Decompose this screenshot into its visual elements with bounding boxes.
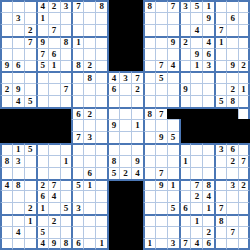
cell-r17c15[interactable] <box>167 190 179 202</box>
cell-r16c13[interactable] <box>143 179 155 191</box>
cell-r6c6[interactable] <box>60 60 72 72</box>
cell-r7c18[interactable] <box>202 71 214 83</box>
cell-r13c10[interactable] <box>107 143 119 155</box>
cell-r9c6[interactable] <box>60 95 72 107</box>
cell-r3c21[interactable] <box>238 24 250 36</box>
given-cell-r1c13[interactable]: 8 <box>143 0 155 12</box>
cell-r16c16[interactable] <box>179 179 191 191</box>
cell-r1c8[interactable] <box>83 0 95 12</box>
cell-r2c14[interactable] <box>155 12 167 24</box>
cell-r9c8[interactable] <box>83 95 95 107</box>
given-cell-r12c8[interactable]: 3 <box>83 131 95 143</box>
cell-r8c19[interactable] <box>214 83 226 95</box>
cell-r3c2[interactable] <box>12 24 24 36</box>
cell-r16c19[interactable] <box>214 179 226 191</box>
cell-r14c17[interactable] <box>190 155 202 167</box>
cell-r1c2[interactable] <box>12 0 24 12</box>
given-cell-r12c7[interactable]: 7 <box>71 131 83 143</box>
cell-r9c16[interactable] <box>179 95 191 107</box>
given-cell-r20c20[interactable]: 7 <box>226 226 238 238</box>
cell-r15c13[interactable] <box>143 167 155 179</box>
given-cell-r7c12[interactable]: 7 <box>131 71 143 83</box>
cell-r9c17[interactable] <box>190 95 202 107</box>
given-cell-r19c5[interactable]: 2 <box>48 214 60 226</box>
given-cell-r11c12[interactable]: 1 <box>131 119 143 131</box>
cell-r2c17[interactable] <box>190 12 202 24</box>
cell-r14c14[interactable] <box>155 155 167 167</box>
cell-r13c8[interactable] <box>83 143 95 155</box>
given-cell-r19c19[interactable]: 8 <box>214 214 226 226</box>
cell-r21c14[interactable] <box>155 238 167 250</box>
given-cell-r9c19[interactable]: 5 <box>214 95 226 107</box>
cell-r9c13[interactable] <box>143 95 155 107</box>
given-cell-r8c2[interactable]: 9 <box>12 83 24 95</box>
cell-r2c9[interactable] <box>95 12 107 24</box>
cell-r8c9[interactable] <box>95 83 107 95</box>
cell-r9c4[interactable] <box>36 95 48 107</box>
cell-r19c9[interactable] <box>95 214 107 226</box>
cell-r3c16[interactable] <box>179 24 191 36</box>
cell-r7c16[interactable] <box>179 71 191 83</box>
given-cell-r14c12[interactable]: 9 <box>131 155 143 167</box>
cell-r20c13[interactable] <box>143 226 155 238</box>
given-cell-r16c7[interactable]: 5 <box>71 179 83 191</box>
given-cell-r6c8[interactable]: 2 <box>83 60 95 72</box>
cell-r17c1[interactable] <box>0 190 12 202</box>
cell-r9c1[interactable] <box>0 95 12 107</box>
given-cell-r1c9[interactable]: 8 <box>95 0 107 12</box>
cell-r8c8[interactable] <box>83 83 95 95</box>
given-cell-r4c7[interactable]: 1 <box>71 36 83 48</box>
cell-r4c13[interactable] <box>143 36 155 48</box>
cell-r8c15[interactable] <box>167 83 179 95</box>
cell-r13c15[interactable] <box>167 143 179 155</box>
given-cell-r1c15[interactable]: 7 <box>167 0 179 12</box>
cell-r13c4[interactable] <box>36 143 48 155</box>
cell-r5c1[interactable] <box>0 48 12 60</box>
cell-r20c16[interactable] <box>179 226 191 238</box>
given-cell-r18c3[interactable]: 2 <box>24 202 36 214</box>
given-cell-r21c7[interactable]: 6 <box>71 238 83 250</box>
cell-r15c19[interactable] <box>214 167 226 179</box>
given-cell-r8c12[interactable]: 2 <box>131 83 143 95</box>
cell-r18c20[interactable] <box>226 202 238 214</box>
given-cell-r21c6[interactable]: 8 <box>60 238 72 250</box>
given-cell-r21c13[interactable]: 1 <box>143 238 155 250</box>
given-cell-r6c4[interactable]: 5 <box>36 60 48 72</box>
cell-r5c9[interactable] <box>95 48 107 60</box>
cell-r7c20[interactable] <box>226 71 238 83</box>
cell-r19c16[interactable] <box>179 214 191 226</box>
given-cell-r12c14[interactable]: 9 <box>155 131 167 143</box>
given-cell-r11c10[interactable]: 9 <box>107 119 119 131</box>
given-cell-r12c15[interactable]: 5 <box>167 131 179 143</box>
given-cell-r6c18[interactable]: 3 <box>202 60 214 72</box>
cell-r14c8[interactable] <box>83 155 95 167</box>
cell-r13c9[interactable] <box>95 143 107 155</box>
cell-r20c15[interactable] <box>167 226 179 238</box>
cell-r5c14[interactable] <box>155 48 167 60</box>
cell-r18c17[interactable] <box>190 202 202 214</box>
cell-r14c13[interactable] <box>143 155 155 167</box>
given-cell-r5c18[interactable]: 6 <box>202 48 214 60</box>
cell-r2c16[interactable] <box>179 12 191 24</box>
given-cell-r14c21[interactable]: 7 <box>238 155 250 167</box>
given-cell-r6c15[interactable]: 4 <box>167 60 179 72</box>
given-cell-r19c3[interactable]: 1 <box>24 214 36 226</box>
cell-r17c8[interactable] <box>83 190 95 202</box>
cell-r4c1[interactable] <box>0 36 12 48</box>
given-cell-r20c4[interactable]: 5 <box>36 226 48 238</box>
given-cell-r6c17[interactable]: 1 <box>190 60 202 72</box>
cell-r9c11[interactable] <box>119 95 131 107</box>
cell-r2c19[interactable] <box>214 12 226 24</box>
cell-r14c3[interactable] <box>24 155 36 167</box>
cell-r20c17[interactable] <box>190 226 202 238</box>
cell-r5c21[interactable] <box>238 48 250 60</box>
cell-r18c1[interactable] <box>0 202 12 214</box>
cell-r7c4[interactable] <box>36 71 48 83</box>
given-cell-r15c12[interactable]: 4 <box>131 167 143 179</box>
cell-r8c7[interactable] <box>71 83 83 95</box>
cell-r21c2[interactable] <box>12 238 24 250</box>
cell-r9c15[interactable] <box>167 95 179 107</box>
cell-r3c6[interactable] <box>60 24 72 36</box>
cell-r9c9[interactable] <box>95 95 107 107</box>
given-cell-r3c5[interactable]: 7 <box>48 24 60 36</box>
cell-r15c16[interactable] <box>179 167 191 179</box>
cell-r17c7[interactable] <box>71 190 83 202</box>
given-cell-r5c5[interactable]: 6 <box>48 48 60 60</box>
cell-r15c2[interactable] <box>12 167 24 179</box>
cell-r9c14[interactable] <box>155 95 167 107</box>
cell-r2c7[interactable] <box>71 12 83 24</box>
given-cell-r7c14[interactable]: 5 <box>155 71 167 83</box>
given-cell-r10c21[interactable] <box>238 107 250 119</box>
cell-r16c6[interactable] <box>60 179 72 191</box>
cell-r3c20[interactable] <box>226 24 238 36</box>
given-cell-r14c2[interactable]: 3 <box>12 155 24 167</box>
given-cell-r8c20[interactable]: 2 <box>226 83 238 95</box>
given-cell-r17c18[interactable]: 4 <box>202 190 214 202</box>
cell-r19c18[interactable] <box>202 214 214 226</box>
given-cell-r16c21[interactable]: 2 <box>238 179 250 191</box>
cell-r14c5[interactable] <box>48 155 60 167</box>
cell-r14c18[interactable] <box>202 155 214 167</box>
given-cell-r6c14[interactable]: 7 <box>155 60 167 72</box>
cell-r14c7[interactable] <box>71 155 83 167</box>
given-cell-r4c4[interactable]: 9 <box>36 36 48 48</box>
cell-r4c5[interactable] <box>48 36 60 48</box>
cell-r16c9[interactable] <box>95 179 107 191</box>
cell-r6c9[interactable] <box>95 60 107 72</box>
given-cell-r3c17[interactable]: 4 <box>190 24 202 36</box>
given-cell-r16c20[interactable]: 3 <box>226 179 238 191</box>
cell-r11c7[interactable] <box>71 119 83 131</box>
cell-r14c15[interactable] <box>167 155 179 167</box>
cell-r7c2[interactable] <box>12 71 24 83</box>
given-cell-r6c5[interactable]: 1 <box>48 60 60 72</box>
cell-r7c7[interactable] <box>71 71 83 83</box>
given-cell-r17c5[interactable]: 4 <box>48 190 60 202</box>
given-cell-r1c17[interactable]: 5 <box>190 0 202 12</box>
cell-r2c3[interactable] <box>24 12 36 24</box>
cell-r17c9[interactable] <box>95 190 107 202</box>
cell-r17c14[interactable] <box>155 190 167 202</box>
cell-r7c13[interactable] <box>143 71 155 83</box>
cell-r10c10[interactable] <box>107 107 119 119</box>
given-cell-r14c20[interactable]: 2 <box>226 155 238 167</box>
cell-r17c21[interactable] <box>238 190 250 202</box>
cell-r4c20[interactable] <box>226 36 238 48</box>
given-cell-r21c5[interactable]: 9 <box>48 238 60 250</box>
cell-r8c3[interactable] <box>24 83 36 95</box>
given-cell-r2c20[interactable]: 6 <box>226 12 238 24</box>
cell-r3c18[interactable] <box>202 24 214 36</box>
cell-r4c14[interactable] <box>155 36 167 48</box>
given-cell-r18c16[interactable]: 6 <box>179 202 191 214</box>
given-cell-r8c16[interactable]: 9 <box>179 83 191 95</box>
cell-r18c9[interactable] <box>95 202 107 214</box>
given-cell-r16c15[interactable]: 1 <box>167 179 179 191</box>
cell-r15c20[interactable] <box>226 167 238 179</box>
given-cell-r21c15[interactable]: 3 <box>167 238 179 250</box>
cell-r5c8[interactable] <box>83 48 95 60</box>
cell-r5c2[interactable] <box>12 48 24 60</box>
cell-r3c1[interactable] <box>0 24 12 36</box>
cell-r11c14[interactable] <box>155 119 167 131</box>
cell-r15c1[interactable] <box>0 167 12 179</box>
given-cell-r2c2[interactable]: 3 <box>12 12 24 24</box>
cell-r4c2[interactable] <box>12 36 24 48</box>
given-cell-r13c20[interactable]: 6 <box>226 143 238 155</box>
cell-r13c13[interactable] <box>143 143 155 155</box>
given-cell-r8c1[interactable]: 2 <box>0 83 12 95</box>
cell-r7c21[interactable] <box>238 71 250 83</box>
given-cell-r2c4[interactable]: 1 <box>36 12 48 24</box>
cell-r13c16[interactable] <box>179 143 191 155</box>
given-cell-r6c20[interactable]: 9 <box>226 60 238 72</box>
given-cell-r15c14[interactable]: 7 <box>155 167 167 179</box>
cell-r11c13[interactable] <box>143 119 155 131</box>
given-cell-r1c6[interactable]: 3 <box>60 0 72 12</box>
cell-r7c3[interactable] <box>24 71 36 83</box>
cell-r3c8[interactable] <box>83 24 95 36</box>
given-cell-r8c10[interactable]: 6 <box>107 83 119 95</box>
cell-r3c14[interactable] <box>155 24 167 36</box>
cell-r2c6[interactable] <box>60 12 72 24</box>
given-cell-r10c13[interactable]: 8 <box>143 107 155 119</box>
given-cell-r17c17[interactable]: 2 <box>190 190 202 202</box>
given-cell-r13c3[interactable]: 5 <box>24 143 36 155</box>
given-cell-r16c5[interactable]: 7 <box>48 179 60 191</box>
given-cell-r15c10[interactable]: 5 <box>107 167 119 179</box>
cell-r15c17[interactable] <box>190 167 202 179</box>
cell-r5c16[interactable] <box>179 48 191 60</box>
given-cell-r9c3[interactable]: 5 <box>24 95 36 107</box>
given-cell-r3c3[interactable]: 2 <box>24 24 36 36</box>
cell-r13c17[interactable] <box>190 143 202 155</box>
given-cell-r2c18[interactable]: 9 <box>202 12 214 24</box>
cell-r13c21[interactable] <box>238 143 250 155</box>
given-cell-r6c1[interactable]: 9 <box>0 60 12 72</box>
given-cell-r16c18[interactable]: 8 <box>202 179 214 191</box>
given-cell-r14c1[interactable]: 8 <box>0 155 12 167</box>
cell-r20c5[interactable] <box>48 226 60 238</box>
given-cell-r21c17[interactable]: 4 <box>190 238 202 250</box>
cell-r5c7[interactable] <box>71 48 83 60</box>
cell-r3c4[interactable] <box>36 24 48 36</box>
given-cell-r10c7[interactable]: 6 <box>71 107 83 119</box>
given-cell-r1c16[interactable]: 3 <box>179 0 191 12</box>
cell-r7c15[interactable] <box>167 71 179 83</box>
given-cell-r1c18[interactable]: 1 <box>202 0 214 12</box>
cell-r7c9[interactable] <box>95 71 107 83</box>
cell-r21c1[interactable] <box>0 238 12 250</box>
cell-r4c17[interactable] <box>190 36 202 48</box>
given-cell-r21c16[interactable]: 7 <box>179 238 191 250</box>
cell-r2c15[interactable] <box>167 12 179 24</box>
given-cell-r21c18[interactable]: 6 <box>202 238 214 250</box>
cell-r4c21[interactable] <box>238 36 250 48</box>
given-cell-r16c17[interactable]: 7 <box>190 179 202 191</box>
given-cell-r18c7[interactable]: 3 <box>71 202 83 214</box>
cell-r15c5[interactable] <box>48 167 60 179</box>
given-cell-r7c10[interactable]: 4 <box>107 71 119 83</box>
given-cell-r5c17[interactable]: 9 <box>190 48 202 60</box>
given-cell-r16c14[interactable]: 9 <box>155 179 167 191</box>
cell-r20c6[interactable] <box>60 226 72 238</box>
cell-r15c21[interactable] <box>238 167 250 179</box>
given-cell-r20c2[interactable]: 4 <box>12 226 24 238</box>
given-cell-r1c5[interactable]: 2 <box>48 0 60 12</box>
cell-r18c14[interactable] <box>155 202 167 214</box>
given-cell-r8c21[interactable]: 1 <box>238 83 250 95</box>
cell-r7c5[interactable] <box>48 71 60 83</box>
given-cell-r4c16[interactable]: 2 <box>179 36 191 48</box>
cell-r6c13[interactable] <box>143 60 155 72</box>
cell-r13c14[interactable] <box>155 143 167 155</box>
cell-r11c8[interactable] <box>83 119 95 131</box>
cell-r13c6[interactable] <box>60 143 72 155</box>
cell-r9c12[interactable] <box>131 95 143 107</box>
cell-r11c11[interactable] <box>119 119 131 131</box>
given-cell-r17c4[interactable]: 6 <box>36 190 48 202</box>
cell-r20c3[interactable] <box>24 226 36 238</box>
cell-r12c11[interactable] <box>119 131 131 143</box>
cell-r17c6[interactable] <box>60 190 72 202</box>
cell-r18c13[interactable] <box>143 202 155 214</box>
cell-r21c3[interactable] <box>24 238 36 250</box>
given-cell-r18c4[interactable]: 1 <box>36 202 48 214</box>
given-cell-r4c3[interactable]: 7 <box>24 36 36 48</box>
given-cell-r9c2[interactable]: 4 <box>12 95 24 107</box>
cell-r8c14[interactable] <box>155 83 167 95</box>
cell-r20c8[interactable] <box>83 226 95 238</box>
given-cell-r1c4[interactable]: 4 <box>36 0 48 12</box>
cell-r9c18[interactable] <box>202 95 214 107</box>
cell-r4c8[interactable] <box>83 36 95 48</box>
cell-r8c13[interactable] <box>143 83 155 95</box>
cell-r9c7[interactable] <box>71 95 83 107</box>
cell-r19c14[interactable] <box>155 214 167 226</box>
cell-r3c13[interactable] <box>143 24 155 36</box>
cell-r8c11[interactable] <box>119 83 131 95</box>
given-cell-r9c20[interactable]: 8 <box>226 95 238 107</box>
cell-r8c5[interactable] <box>48 83 60 95</box>
cell-r8c4[interactable] <box>36 83 48 95</box>
cell-r9c21[interactable] <box>238 95 250 107</box>
cell-r12c10[interactable] <box>107 131 119 143</box>
cell-r7c1[interactable] <box>0 71 12 83</box>
cell-r6c19[interactable] <box>214 60 226 72</box>
cell-r19c6[interactable] <box>60 214 72 226</box>
cell-r8c18[interactable] <box>202 83 214 95</box>
cell-r10c12[interactable] <box>131 107 143 119</box>
cell-r19c15[interactable] <box>167 214 179 226</box>
cell-r19c4[interactable] <box>36 214 48 226</box>
cell-r3c15[interactable] <box>167 24 179 36</box>
cell-r19c1[interactable] <box>0 214 12 226</box>
cell-r15c9[interactable] <box>95 167 107 179</box>
cell-r7c19[interactable] <box>214 71 226 83</box>
cell-r17c16[interactable] <box>179 190 191 202</box>
cell-r17c20[interactable] <box>226 190 238 202</box>
cell-r3c7[interactable] <box>71 24 83 36</box>
cell-r18c2[interactable] <box>12 202 24 214</box>
given-cell-r13c2[interactable]: 1 <box>12 143 24 155</box>
given-cell-r3c19[interactable]: 7 <box>214 24 226 36</box>
cell-r17c19[interactable] <box>214 190 226 202</box>
cell-r2c13[interactable] <box>143 12 155 24</box>
cell-r12c9[interactable] <box>95 131 107 143</box>
cell-r1c21[interactable] <box>238 0 250 12</box>
given-cell-r16c4[interactable]: 2 <box>36 179 48 191</box>
cell-r17c3[interactable] <box>24 190 36 202</box>
given-cell-r16c8[interactable]: 1 <box>83 179 95 191</box>
cell-r14c19[interactable] <box>214 155 226 167</box>
cell-r10c9[interactable] <box>95 107 107 119</box>
given-cell-r4c6[interactable]: 8 <box>60 36 72 48</box>
cell-r20c9[interactable] <box>95 226 107 238</box>
given-cell-r18c6[interactable]: 5 <box>60 202 72 214</box>
cell-r17c2[interactable] <box>12 190 24 202</box>
cell-r20c7[interactable] <box>71 226 83 238</box>
cell-r13c12[interactable] <box>131 143 143 155</box>
cell-r18c5[interactable] <box>48 202 60 214</box>
cell-r19c7[interactable] <box>71 214 83 226</box>
given-cell-r18c19[interactable]: 7 <box>214 202 226 214</box>
given-cell-r6c7[interactable]: 8 <box>71 60 83 72</box>
cell-r20c1[interactable] <box>0 226 12 238</box>
given-cell-r16c1[interactable]: 4 <box>0 179 12 191</box>
cell-r21c8[interactable] <box>83 238 95 250</box>
cell-r5c20[interactable] <box>226 48 238 60</box>
given-cell-r16c2[interactable]: 8 <box>12 179 24 191</box>
cell-r2c1[interactable] <box>0 12 12 24</box>
given-cell-r20c18[interactable]: 2 <box>202 226 214 238</box>
cell-r4c9[interactable] <box>95 36 107 48</box>
cell-r19c21[interactable] <box>238 214 250 226</box>
given-cell-r8c6[interactable]: 7 <box>60 83 72 95</box>
cell-r7c17[interactable] <box>190 71 202 83</box>
cell-r21c21[interactable] <box>238 238 250 250</box>
cell-r1c1[interactable] <box>0 0 12 12</box>
cell-r19c8[interactable] <box>83 214 95 226</box>
cell-r20c19[interactable] <box>214 226 226 238</box>
cell-r1c20[interactable] <box>226 0 238 12</box>
cell-r13c18[interactable] <box>202 143 214 155</box>
